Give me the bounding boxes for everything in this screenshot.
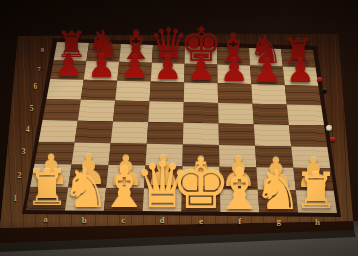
indicator-dot-black-hole-upper — [322, 88, 327, 93]
piece-red-pawn-d7[interactable]: ♟ — [154, 52, 183, 84]
rank-label-7: 7 — [37, 65, 40, 72]
piece-red-pawn-f7[interactable]: ♟ — [220, 54, 249, 86]
indicator-dot-white-peg-lower — [326, 125, 332, 131]
piece-white-rook-h1[interactable]: ♜ — [294, 168, 338, 218]
indicator-dot-red-peg-lower — [330, 137, 335, 142]
rank-label-5: 5 — [30, 105, 34, 113]
pieces-layer: ♜♞♝♛♚♝♞♜♟♟♟♟♟♟♟♟♟♟♟♟♟♟♟♟♜♞♝♛♚♝♞♜ — [0, 0, 358, 256]
rank-label-6: 6 — [34, 84, 38, 91]
piece-red-pawn-h7[interactable]: ♟ — [286, 56, 315, 88]
piece-red-pawn-g7[interactable]: ♟ — [253, 55, 282, 87]
rank-label-4: 4 — [26, 126, 30, 134]
piece-red-pawn-c7[interactable]: ♟ — [120, 51, 149, 83]
indicator-dot-red-peg-upper — [317, 77, 322, 82]
piece-red-pawn-b7[interactable]: ♟ — [87, 50, 116, 82]
rank-label-1: 1 — [13, 193, 17, 202]
piece-red-pawn-e7[interactable]: ♟ — [187, 53, 216, 85]
piece-red-pawn-a7[interactable]: ♟ — [54, 50, 83, 82]
rank-label-3: 3 — [21, 148, 25, 156]
rank-label-2: 2 — [17, 170, 21, 179]
rank-label-8: 8 — [41, 47, 44, 54]
chess-scene: abcdefgh87654321 ♜♞♝♛♚♝♞♜♟♟♟♟♟♟♟♟♟♟♟♟♟♟♟… — [0, 0, 358, 256]
